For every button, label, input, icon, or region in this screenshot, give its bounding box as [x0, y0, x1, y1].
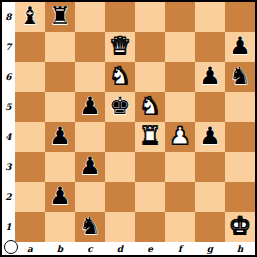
square-b8[interactable]: ♜ — [45, 2, 75, 32]
square-d2[interactable] — [105, 182, 135, 212]
file-label-f: f — [165, 242, 195, 255]
square-f5[interactable] — [165, 92, 195, 122]
square-e1[interactable] — [135, 212, 165, 242]
square-d1[interactable] — [105, 212, 135, 242]
square-e4[interactable]: ♜ — [135, 122, 165, 152]
square-h3[interactable] — [225, 152, 255, 182]
rank-label-1: 1 — [2, 212, 15, 242]
square-e3[interactable] — [135, 152, 165, 182]
rank-label-4: 4 — [2, 122, 15, 152]
white-queen: ♛ — [109, 34, 131, 58]
chess-board: ♝♜♛♟♞♟♞♟♚♞♟♜♟♟♟♟♞♚ — [15, 2, 255, 242]
square-e2[interactable] — [135, 182, 165, 212]
square-d3[interactable] — [105, 152, 135, 182]
square-e6[interactable] — [135, 62, 165, 92]
square-f6[interactable] — [165, 62, 195, 92]
rank-label-3: 3 — [2, 152, 15, 182]
square-h2[interactable] — [225, 182, 255, 212]
rank-label-2: 2 — [2, 182, 15, 212]
square-a4[interactable] — [15, 122, 45, 152]
square-c3[interactable]: ♟ — [75, 152, 105, 182]
square-d4[interactable] — [105, 122, 135, 152]
square-f2[interactable] — [165, 182, 195, 212]
square-d6[interactable]: ♞ — [105, 62, 135, 92]
file-label-c: c — [75, 242, 105, 255]
square-c2[interactable] — [75, 182, 105, 212]
square-a5[interactable] — [15, 92, 45, 122]
square-b7[interactable] — [45, 32, 75, 62]
square-c8[interactable] — [75, 2, 105, 32]
square-f7[interactable] — [165, 32, 195, 62]
square-a1[interactable] — [15, 212, 45, 242]
black-knight: ♞ — [79, 214, 101, 238]
square-h6[interactable]: ♞ — [225, 62, 255, 92]
square-f1[interactable] — [165, 212, 195, 242]
black-pawn: ♟ — [79, 154, 101, 178]
black-pawn: ♟ — [49, 124, 71, 148]
square-h4[interactable] — [225, 122, 255, 152]
square-a2[interactable] — [15, 182, 45, 212]
black-king: ♚ — [109, 94, 131, 118]
square-g7[interactable] — [195, 32, 225, 62]
square-a8[interactable]: ♝ — [15, 2, 45, 32]
square-d5[interactable]: ♚ — [105, 92, 135, 122]
rank-label-8: 8 — [2, 2, 15, 32]
square-g4[interactable]: ♟ — [195, 122, 225, 152]
square-h5[interactable] — [225, 92, 255, 122]
chess-diagram: 87654321 ♝♜♛♟♞♟♞♟♚♞♟♜♟♟♟♟♞♚ abcdefgh — [0, 0, 257, 257]
square-b6[interactable] — [45, 62, 75, 92]
square-c4[interactable] — [75, 122, 105, 152]
file-label-h: h — [225, 242, 255, 255]
square-e5[interactable]: ♞ — [135, 92, 165, 122]
square-b4[interactable]: ♟ — [45, 122, 75, 152]
black-rook: ♜ — [49, 4, 71, 28]
black-knight: ♞ — [229, 64, 251, 88]
white-pawn: ♟ — [169, 124, 191, 148]
square-a3[interactable] — [15, 152, 45, 182]
square-b2[interactable]: ♟ — [45, 182, 75, 212]
rank-labels: 87654321 — [2, 2, 15, 242]
square-h1[interactable]: ♚ — [225, 212, 255, 242]
square-g8[interactable] — [195, 2, 225, 32]
square-f3[interactable] — [165, 152, 195, 182]
black-pawn: ♟ — [199, 124, 221, 148]
square-b3[interactable] — [45, 152, 75, 182]
square-h8[interactable] — [225, 2, 255, 32]
rank-label-6: 6 — [2, 62, 15, 92]
file-label-d: d — [105, 242, 135, 255]
white-knight: ♞ — [139, 94, 161, 118]
white-king: ♚ — [229, 214, 251, 238]
black-pawn: ♟ — [229, 34, 251, 58]
square-c7[interactable] — [75, 32, 105, 62]
square-c5[interactable]: ♟ — [75, 92, 105, 122]
file-label-g: g — [195, 242, 225, 255]
file-label-a: a — [15, 242, 45, 255]
square-a6[interactable] — [15, 62, 45, 92]
square-g3[interactable] — [195, 152, 225, 182]
black-pawn: ♟ — [199, 64, 221, 88]
square-c1[interactable]: ♞ — [75, 212, 105, 242]
square-g1[interactable] — [195, 212, 225, 242]
rank-label-7: 7 — [2, 32, 15, 62]
white-to-move-indicator-icon — [4, 240, 18, 254]
square-h7[interactable]: ♟ — [225, 32, 255, 62]
square-g5[interactable] — [195, 92, 225, 122]
file-labels: abcdefgh — [15, 242, 255, 255]
square-g2[interactable] — [195, 182, 225, 212]
black-bishop: ♝ — [19, 4, 41, 28]
file-label-e: e — [135, 242, 165, 255]
square-f4[interactable]: ♟ — [165, 122, 195, 152]
black-pawn: ♟ — [49, 184, 71, 208]
white-knight: ♞ — [109, 64, 131, 88]
square-b1[interactable] — [45, 212, 75, 242]
square-g6[interactable]: ♟ — [195, 62, 225, 92]
square-e8[interactable] — [135, 2, 165, 32]
square-b5[interactable] — [45, 92, 75, 122]
black-pawn: ♟ — [79, 94, 101, 118]
rank-label-5: 5 — [2, 92, 15, 122]
square-a7[interactable] — [15, 32, 45, 62]
square-d8[interactable] — [105, 2, 135, 32]
square-c6[interactable] — [75, 62, 105, 92]
square-f8[interactable] — [165, 2, 195, 32]
square-e7[interactable] — [135, 32, 165, 62]
white-rook: ♜ — [139, 124, 161, 148]
square-d7[interactable]: ♛ — [105, 32, 135, 62]
file-label-b: b — [45, 242, 75, 255]
